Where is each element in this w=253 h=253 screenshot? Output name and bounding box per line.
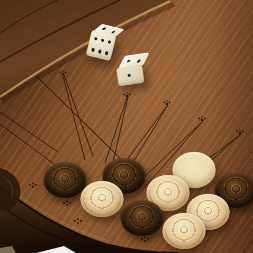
checker-dark-2[interactable]	[44, 162, 87, 198]
die-pip	[102, 27, 107, 30]
die-pip	[126, 59, 130, 62]
checker-light-3[interactable]	[81, 181, 124, 217]
die-1-front-face	[86, 30, 117, 61]
die-pip	[137, 59, 141, 62]
die-pip	[94, 37, 98, 41]
die-pip	[107, 40, 111, 44]
die-pip	[98, 49, 102, 53]
die-2[interactable]	[115, 53, 152, 93]
die-pip	[111, 30, 116, 33]
checker-dark-4[interactable]	[121, 200, 164, 236]
die-pip	[104, 51, 108, 55]
die-pip	[91, 48, 95, 52]
die-pip	[100, 38, 104, 42]
die-2-front-face	[116, 65, 144, 86]
checker-light-5[interactable]	[163, 213, 206, 249]
point-tip-motifs	[60, 70, 244, 134]
backgammon-board-photo	[0, 0, 253, 253]
die-pip	[127, 73, 131, 77]
